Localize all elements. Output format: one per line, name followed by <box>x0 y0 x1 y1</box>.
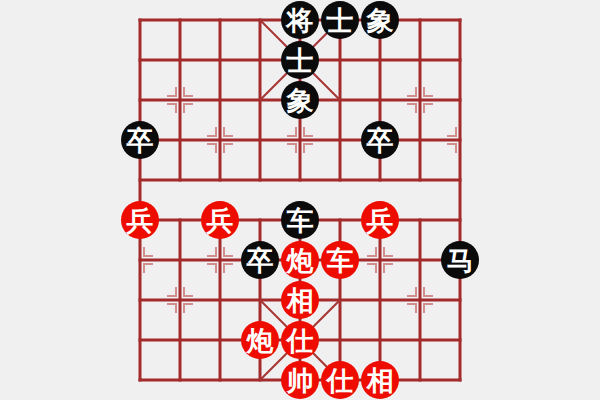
piece-black-elephant[interactable]: 象 <box>361 1 399 39</box>
piece-black-soldier[interactable]: 卒 <box>121 121 159 159</box>
piece-red-chariot[interactable]: 车 <box>321 241 359 279</box>
piece-red-cannon[interactable]: 炮 <box>241 321 279 359</box>
piece-red-advisor[interactable]: 仕 <box>321 361 359 399</box>
xiangqi-board[interactable]: 将士象士象卒卒车卒马兵兵兵炮车相炮仕帅仕相 <box>0 0 600 400</box>
piece-black-elephant[interactable]: 象 <box>281 81 319 119</box>
piece-red-soldier[interactable]: 兵 <box>361 201 399 239</box>
xiangqi-app: 将士象士象卒卒车卒马兵兵兵炮车相炮仕帅仕相 <box>0 0 600 400</box>
piece-black-horse[interactable]: 马 <box>441 241 479 279</box>
piece-red-soldier[interactable]: 兵 <box>201 201 239 239</box>
piece-red-elephant[interactable]: 相 <box>361 361 399 399</box>
piece-black-general[interactable]: 将 <box>281 1 319 39</box>
piece-black-chariot[interactable]: 车 <box>281 201 319 239</box>
piece-red-elephant[interactable]: 相 <box>281 281 319 319</box>
piece-black-advisor[interactable]: 士 <box>321 1 359 39</box>
piece-red-general[interactable]: 帅 <box>281 361 319 399</box>
piece-red-cannon[interactable]: 炮 <box>281 241 319 279</box>
piece-black-soldier[interactable]: 卒 <box>241 241 279 279</box>
piece-red-advisor[interactable]: 仕 <box>281 321 319 359</box>
piece-black-advisor[interactable]: 士 <box>281 41 319 79</box>
piece-black-soldier[interactable]: 卒 <box>361 121 399 159</box>
piece-red-soldier[interactable]: 兵 <box>121 201 159 239</box>
